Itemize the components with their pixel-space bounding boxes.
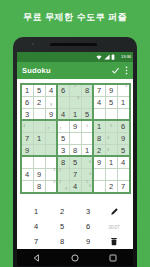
cell-digit: 4 [97,98,101,107]
cell-digit: 1 [121,98,125,107]
check-icon[interactable] [111,66,120,75]
earpiece-speaker [50,43,97,46]
box-divider [22,155,129,157]
cell-r7c5[interactable]: 5 [70,157,81,168]
cell-digit: 8 [37,182,41,191]
cell-r1c1[interactable]: 1 [22,85,33,96]
cell-r7c8[interactable]: 1 [106,157,117,168]
cell-digit: 6 [25,98,29,107]
cell-digit: 2 [37,98,41,107]
pencil-note: 7 [47,128,49,130]
phone-mockup: 13:36 Sudoku 154628793628345139415477951… [13,37,137,267]
cell-digit: 8 [61,158,65,167]
key-8[interactable]: 8 [60,238,64,246]
pencil-note: 5 [86,125,88,127]
sudoku-board: 1546287936283451394154779515671584993812… [20,83,131,194]
cell-r9c8[interactable]: 2 [106,181,117,192]
cell-r7c7[interactable]: 9 [94,157,105,168]
cell-digit: 3 [25,110,29,119]
cell-digit: 4 [73,182,77,191]
app-bar: Sudoku [17,62,133,79]
cell-r4c4[interactable]: 7 [58,121,69,132]
eraser-icon[interactable] [110,237,118,246]
key-6[interactable]: 6 [86,223,90,231]
cell-r9c9[interactable]: 7 [118,181,129,192]
pencil-note: 2 [86,181,88,183]
cell-r2c4[interactable] [58,97,69,108]
cell-r4c7[interactable]: 1 [94,121,105,132]
cell-r1c9[interactable]: 3 [118,85,129,96]
cell-r9c5[interactable]: 4 [70,181,81,192]
cell-digit: 9 [49,110,53,119]
cell-r8c4[interactable]: 1 [58,169,69,180]
cell-r8c2[interactable]: 9 [34,169,45,180]
cell-r4c8[interactable]: 5 [106,121,117,132]
banner-title: 무료 무제한 수도쿠 퍼즐 [0,11,150,24]
cell-r9c7[interactable] [94,181,105,192]
cell-r9c2[interactable]: 8 [34,181,45,192]
pencil-note: 9 [65,188,67,190]
cell-digit: 5 [37,86,41,95]
cell-digit: 5 [109,98,113,107]
recents-icon[interactable] [109,254,117,262]
cell-digit: 9 [97,158,101,167]
cell-r4c2[interactable] [34,121,45,132]
cell-r7c4[interactable]: 8 [58,157,69,168]
cell-r8c5[interactable]: 7 [70,169,81,180]
cell-digit: 2 [97,146,101,155]
cell-digit: 1 [85,146,89,155]
cell-digit: 6 [121,122,125,131]
cell-digit: 7 [73,170,77,179]
cell-r7c2[interactable] [34,157,45,168]
cell-digit: 5 [73,158,77,167]
cell-r7c1[interactable] [22,157,33,168]
cell-digit: 8 [85,86,89,95]
cell-digit: 3 [61,146,65,155]
cell-digit: 4 [121,158,125,167]
cell-r4c1[interactable]: 4 [22,121,33,132]
cell-r2c2[interactable]: 2 [34,97,45,108]
cell-r9c1[interactable] [22,181,33,192]
battery-icon [111,54,115,60]
cell-r1c7[interactable]: 7 [94,85,105,96]
cell-digit: 7 [97,86,101,95]
cell-digit: 5 [121,146,125,155]
key-9[interactable]: 9 [86,238,90,246]
cell-r7c9[interactable]: 4 [118,157,129,168]
android-nav-bar [17,249,133,266]
cell-digit: 1 [97,122,101,131]
app-screen: 13:36 Sudoku 154628793628345139415477951… [17,52,133,262]
board-area: 1546287936283451394154779515671584993812… [17,83,133,204]
cell-digit: 4 [49,86,53,95]
cell-digit: 1 [37,134,41,143]
cell-digit: 1 [25,86,29,95]
box-divider [92,85,94,192]
pencil-note: 3 [77,97,79,99]
cell-r2c8[interactable]: 5 [106,97,117,108]
pencil-note: 4 [107,149,109,151]
cell-r8c8[interactable] [106,169,117,180]
cell-r4c5[interactable]: 9 [70,121,81,132]
pencil-note: 5 [110,125,112,127]
pencil-note: 1 [59,169,61,171]
cell-r8c9[interactable] [118,169,129,180]
cell-r5c9[interactable]: 9 [118,133,129,144]
box-divider [22,119,129,121]
cell-digit: 1 [73,110,77,119]
pencil-note: 3 [125,85,127,87]
cell-r5c2[interactable]: 1 [34,133,45,144]
cell-digit: 1 [109,158,113,167]
back-icon[interactable] [33,254,40,262]
pencil-note: 7 [59,128,61,130]
cell-r8c7[interactable] [94,169,105,180]
cell-digit: 7 [121,182,125,191]
pencil-note: 4 [107,137,109,139]
key-1[interactable]: 1 [34,208,38,216]
cell-r1c4[interactable]: 6 [58,85,69,96]
key-3[interactable]: 3 [86,208,90,216]
key-7[interactable]: 7 [34,238,38,246]
pencil-icon[interactable] [110,207,119,216]
cell-r5c8[interactable]: 4 [106,133,117,144]
cell-r2c1[interactable]: 6 [22,97,33,108]
pencil-note: 1 [59,181,61,183]
key-4[interactable]: 4 [34,223,38,231]
status-bar: 13:36 [17,52,133,62]
box-divider [56,85,58,192]
cell-digit: 4 [61,110,65,119]
cell-r5c1[interactable]: 7 [22,133,33,144]
app-title: Sudoku [22,66,106,75]
cell-digit: 4 [25,170,29,179]
promo-page: 무료 무제한 수도쿠 퍼즐 13:36 Sudoku 1546287936283… [0,0,150,267]
number-pad: 12345600:07789 [17,204,133,249]
cell-digit: 5 [61,134,65,143]
cell-digit: 9 [73,122,77,131]
cell-r9c4[interactable]: 19 [58,181,69,192]
timer-text: 00:07 [108,224,119,229]
cell-r5c7[interactable]: 8 [94,133,105,144]
pencil-note: 4 [23,125,25,127]
cell-r8c1[interactable]: 4 [22,169,33,180]
cell-digit: 8 [73,146,77,155]
camera-icon [32,43,34,45]
status-time: 13:36 [121,55,131,59]
cell-r2c9[interactable]: 1 [118,97,129,108]
key-5[interactable]: 5 [60,223,64,231]
overflow-menu-icon[interactable] [125,66,128,75]
cell-digit: 2 [109,182,113,191]
cell-digit: 9 [121,134,125,143]
cell-digit: 9 [25,146,29,155]
cell-digit: 6 [61,86,65,95]
cell-r2c7[interactable]: 4 [94,97,105,108]
home-icon[interactable] [71,254,79,262]
pencil-note: 2 [74,85,76,87]
cell-digit: 5 [85,110,89,119]
cell-r5c5[interactable] [70,133,81,144]
cell-r1c8[interactable]: 9 [106,85,117,96]
cell-digit: 8 [97,134,101,143]
key-2[interactable]: 2 [60,208,64,216]
cell-r4c9[interactable]: 6 [118,121,129,132]
cell-r1c2[interactable]: 5 [34,85,45,96]
signal-icon [104,54,110,60]
cell-r2c5[interactable]: 3 [70,97,81,108]
cell-r1c5[interactable]: 2 [70,85,81,96]
cell-r5c4[interactable]: 5 [58,133,69,144]
wifi-icon [96,54,102,60]
cell-digit: 9 [109,86,113,95]
cell-digit: 9 [37,170,41,179]
cell-digit: 7 [25,134,29,143]
pencil-note: 8 [50,104,52,106]
